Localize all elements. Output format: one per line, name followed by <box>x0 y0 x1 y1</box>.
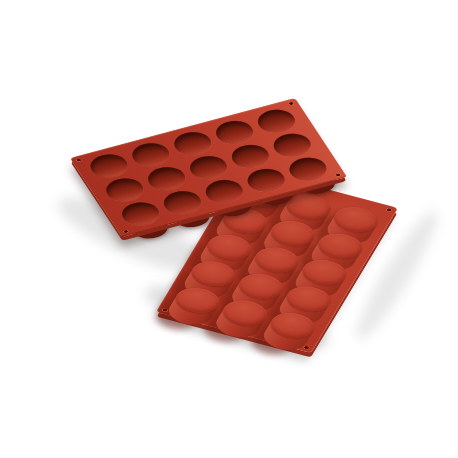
corner-hole <box>161 308 169 313</box>
corner-hole <box>302 345 310 350</box>
corner-hole <box>75 158 82 162</box>
product-photo <box>0 0 458 458</box>
corner-hole <box>335 173 342 177</box>
corner-hole <box>122 229 129 233</box>
corner-hole <box>288 101 295 105</box>
corner-hole <box>385 208 393 213</box>
